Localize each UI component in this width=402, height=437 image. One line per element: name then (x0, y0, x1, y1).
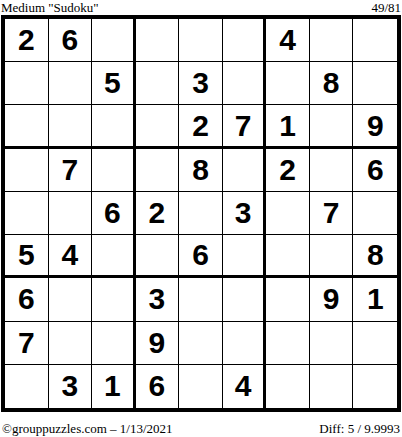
cell-r3c1[interactable] (5, 105, 49, 148)
cell-r5c7[interactable] (266, 192, 310, 235)
cell-r5c3[interactable]: 6 (92, 192, 136, 235)
cell-r6c9[interactable]: 8 (353, 235, 397, 278)
cell-r4c9[interactable]: 6 (353, 149, 397, 192)
cell-r3c4[interactable] (136, 105, 180, 148)
cell-r6c7[interactable] (266, 235, 310, 278)
cell-r8c4[interactable]: 9 (136, 322, 180, 365)
cell-r6c3[interactable] (92, 235, 136, 278)
cell-r3c6[interactable]: 7 (223, 105, 267, 148)
cell-r2c4[interactable] (136, 62, 180, 105)
page-footer: ©grouppuzzles.com – 1/13/2021 Diff: 5 / … (0, 412, 402, 437)
copyright-text: ©grouppuzzles.com – 1/13/2021 (2, 422, 173, 436)
cell-r2c2[interactable] (49, 62, 93, 105)
page-header: Medium "Sudoku" 49/81 (0, 0, 402, 15)
cell-r2c1[interactable] (5, 62, 49, 105)
cell-r2c7[interactable] (266, 62, 310, 105)
cell-r8c8[interactable] (310, 322, 354, 365)
cell-r4c3[interactable] (92, 149, 136, 192)
cell-r6c1[interactable]: 5 (5, 235, 49, 278)
cell-r1c5[interactable] (179, 19, 223, 62)
cell-r6c4[interactable] (136, 235, 180, 278)
cell-r4c6[interactable] (223, 149, 267, 192)
cell-r1c8[interactable] (310, 19, 354, 62)
cell-r2c8[interactable]: 8 (310, 62, 354, 105)
cell-r7c9[interactable]: 1 (353, 278, 397, 321)
cell-r1c6[interactable] (223, 19, 267, 62)
cell-r7c2[interactable] (49, 278, 93, 321)
cell-r6c8[interactable] (310, 235, 354, 278)
cell-r6c2[interactable]: 4 (49, 235, 93, 278)
cell-r4c8[interactable] (310, 149, 354, 192)
cell-r9c5[interactable] (179, 365, 223, 408)
difficulty-text: Diff: 5 / 9.9993 (319, 422, 400, 436)
cell-r9c2[interactable]: 3 (49, 365, 93, 408)
cell-r8c5[interactable] (179, 322, 223, 365)
cell-r2c5[interactable]: 3 (179, 62, 223, 105)
cell-r3c8[interactable] (310, 105, 354, 148)
empty-cell-counter: 49/81 (371, 1, 401, 14)
cell-r5c1[interactable] (5, 192, 49, 235)
cell-r1c2[interactable]: 6 (49, 19, 93, 62)
cell-r3c7[interactable]: 1 (266, 105, 310, 148)
cell-r8c2[interactable] (49, 322, 93, 365)
cell-r4c7[interactable]: 2 (266, 149, 310, 192)
cell-r4c4[interactable] (136, 149, 180, 192)
cell-r7c1[interactable]: 6 (5, 278, 49, 321)
cell-r2c6[interactable] (223, 62, 267, 105)
cell-r7c3[interactable] (92, 278, 136, 321)
cell-r7c4[interactable]: 3 (136, 278, 180, 321)
cell-r8c7[interactable] (266, 322, 310, 365)
cell-r9c3[interactable]: 1 (92, 365, 136, 408)
sudoku-board: 26453827197826623754686391793164 (1, 15, 401, 412)
cell-r1c3[interactable] (92, 19, 136, 62)
cell-r1c9[interactable] (353, 19, 397, 62)
cell-r2c9[interactable] (353, 62, 397, 105)
cell-r1c4[interactable] (136, 19, 180, 62)
cell-r9c4[interactable]: 6 (136, 365, 180, 408)
cell-r5c5[interactable] (179, 192, 223, 235)
cell-r6c6[interactable] (223, 235, 267, 278)
cell-r5c6[interactable]: 3 (223, 192, 267, 235)
cell-r9c7[interactable] (266, 365, 310, 408)
cell-r2c3[interactable]: 5 (92, 62, 136, 105)
cell-r4c5[interactable]: 8 (179, 149, 223, 192)
cell-r6c5[interactable]: 6 (179, 235, 223, 278)
cell-r8c1[interactable]: 7 (5, 322, 49, 365)
cell-r4c1[interactable] (5, 149, 49, 192)
cell-r7c8[interactable]: 9 (310, 278, 354, 321)
cell-r5c9[interactable] (353, 192, 397, 235)
cell-r3c3[interactable] (92, 105, 136, 148)
cell-r9c6[interactable]: 4 (223, 365, 267, 408)
cell-r4c2[interactable]: 7 (49, 149, 93, 192)
cell-r8c3[interactable] (92, 322, 136, 365)
cell-r5c8[interactable]: 7 (310, 192, 354, 235)
cell-r9c1[interactable] (5, 365, 49, 408)
cell-r7c7[interactable] (266, 278, 310, 321)
cell-r3c2[interactable] (49, 105, 93, 148)
cell-r3c9[interactable]: 9 (353, 105, 397, 148)
cell-r5c2[interactable] (49, 192, 93, 235)
cell-r8c6[interactable] (223, 322, 267, 365)
cell-r7c6[interactable] (223, 278, 267, 321)
cell-r3c5[interactable]: 2 (179, 105, 223, 148)
puzzle-title: Medium "Sudoku" (1, 1, 99, 14)
cell-r9c8[interactable] (310, 365, 354, 408)
cell-r8c9[interactable] (353, 322, 397, 365)
cell-r7c5[interactable] (179, 278, 223, 321)
cell-r1c7[interactable]: 4 (266, 19, 310, 62)
cell-r1c1[interactable]: 2 (5, 19, 49, 62)
cell-r5c4[interactable]: 2 (136, 192, 180, 235)
cell-r9c9[interactable] (353, 365, 397, 408)
